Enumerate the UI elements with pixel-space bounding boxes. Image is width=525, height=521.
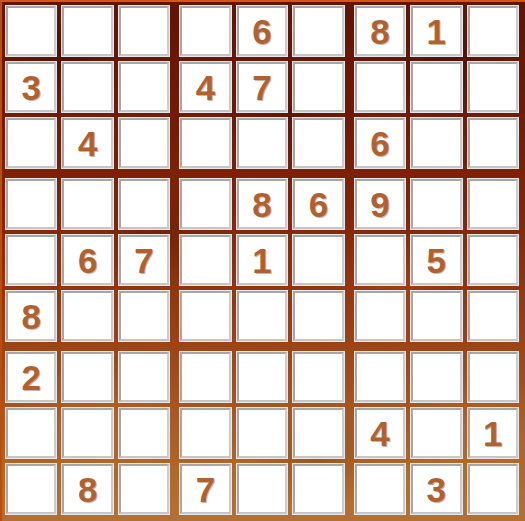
cell-r1c3[interactable]: [119, 6, 169, 56]
cell-r7c7[interactable]: [355, 352, 405, 402]
cell-r2c8[interactable]: [411, 62, 461, 112]
given-digit: 1: [252, 243, 271, 278]
cell-r3c2[interactable]: 4: [62, 118, 112, 168]
cell-r4c5[interactable]: 8: [237, 179, 287, 229]
cell-r8c2[interactable]: [62, 408, 112, 458]
cell-r8c5[interactable]: [237, 408, 287, 458]
cell-r1c9[interactable]: [468, 6, 518, 56]
cell-r3c4[interactable]: [180, 118, 230, 168]
cell-r7c5[interactable]: [237, 352, 287, 402]
cell-r7c6[interactable]: [293, 352, 343, 402]
given-digit: 3: [427, 472, 446, 507]
cell-r7c8[interactable]: [411, 352, 461, 402]
cell-r4c1[interactable]: [6, 179, 56, 229]
given-digit: 2: [21, 360, 40, 395]
cell-r3c8[interactable]: [411, 118, 461, 168]
cell-r5c7[interactable]: [355, 235, 405, 285]
sudoku-box-1-1: 34: [6, 6, 169, 168]
cell-r3c6[interactable]: [293, 118, 343, 168]
cell-r1c7[interactable]: 8: [355, 6, 405, 56]
cell-r8c8[interactable]: [411, 408, 461, 458]
cell-r3c3[interactable]: [119, 118, 169, 168]
cell-r5c3[interactable]: 7: [119, 235, 169, 285]
sudoku-box-1-2: 647: [180, 6, 343, 168]
given-digit: 6: [370, 126, 389, 161]
cell-r5c1[interactable]: [6, 235, 56, 285]
given-digit: 7: [252, 70, 271, 105]
cell-r2c6[interactable]: [293, 62, 343, 112]
cell-r3c1[interactable]: [6, 118, 56, 168]
cell-r9c8[interactable]: 3: [411, 464, 461, 514]
cell-r4c4[interactable]: [180, 179, 230, 229]
cell-r9c7[interactable]: [355, 464, 405, 514]
cell-r9c5[interactable]: [237, 464, 287, 514]
cell-r3c9[interactable]: [468, 118, 518, 168]
cell-r4c2[interactable]: [62, 179, 112, 229]
cell-r3c5[interactable]: [237, 118, 287, 168]
cell-r7c9[interactable]: [468, 352, 518, 402]
cell-r1c6[interactable]: [293, 6, 343, 56]
cell-r7c2[interactable]: [62, 352, 112, 402]
cell-r8c6[interactable]: [293, 408, 343, 458]
cell-r6c9[interactable]: [468, 291, 518, 341]
sudoku-box-3-3: 413: [355, 352, 518, 514]
given-digit: 1: [483, 416, 502, 451]
given-digit: 7: [196, 472, 215, 507]
cell-r6c6[interactable]: [293, 291, 343, 341]
given-digit: 6: [252, 14, 271, 49]
cell-r6c3[interactable]: [119, 291, 169, 341]
cell-r7c1[interactable]: 2: [6, 352, 56, 402]
sudoku-box-3-1: 28: [6, 352, 169, 514]
cell-r5c5[interactable]: 1: [237, 235, 287, 285]
cell-r6c7[interactable]: [355, 291, 405, 341]
cell-r5c2[interactable]: 6: [62, 235, 112, 285]
cell-r6c5[interactable]: [237, 291, 287, 341]
given-digit: 5: [427, 243, 446, 278]
cell-r1c1[interactable]: [6, 6, 56, 56]
given-digit: 4: [370, 416, 389, 451]
cell-r4c6[interactable]: 6: [293, 179, 343, 229]
cell-r2c1[interactable]: 3: [6, 62, 56, 112]
given-digit: 6: [309, 187, 328, 222]
cell-r4c7[interactable]: 9: [355, 179, 405, 229]
cell-r6c4[interactable]: [180, 291, 230, 341]
given-digit: 3: [21, 70, 40, 105]
given-digit: 4: [78, 126, 97, 161]
cell-r7c4[interactable]: [180, 352, 230, 402]
cell-r8c7[interactable]: 4: [355, 408, 405, 458]
given-digit: 4: [196, 70, 215, 105]
cell-r4c3[interactable]: [119, 179, 169, 229]
cell-r4c9[interactable]: [468, 179, 518, 229]
given-digit: 8: [252, 187, 271, 222]
cell-r5c8[interactable]: 5: [411, 235, 461, 285]
cell-r5c9[interactable]: [468, 235, 518, 285]
sudoku-box-2-2: 861: [180, 179, 343, 341]
cell-r8c1[interactable]: [6, 408, 56, 458]
given-digit: 1: [427, 14, 446, 49]
cell-r5c6[interactable]: [293, 235, 343, 285]
cell-r9c1[interactable]: [6, 464, 56, 514]
sudoku-box-2-1: 678: [6, 179, 169, 341]
cell-r9c6[interactable]: [293, 464, 343, 514]
given-digit: 8: [78, 472, 97, 507]
cell-r2c7[interactable]: [355, 62, 405, 112]
cell-r6c1[interactable]: 8: [6, 291, 56, 341]
cell-r9c9[interactable]: [468, 464, 518, 514]
cell-r1c8[interactable]: 1: [411, 6, 461, 56]
cell-r2c2[interactable]: [62, 62, 112, 112]
given-digit: 6: [78, 243, 97, 278]
sudoku-box-1-3: 816: [355, 6, 518, 168]
cell-r9c2[interactable]: 8: [62, 464, 112, 514]
cell-r8c4[interactable]: [180, 408, 230, 458]
given-digit: 8: [370, 14, 389, 49]
cell-r2c5[interactable]: 7: [237, 62, 287, 112]
cell-r2c9[interactable]: [468, 62, 518, 112]
cell-r8c3[interactable]: [119, 408, 169, 458]
cell-r2c4[interactable]: 4: [180, 62, 230, 112]
given-digit: 8: [21, 299, 40, 334]
cell-r4c8[interactable]: [411, 179, 461, 229]
given-digit: 9: [370, 187, 389, 222]
cell-r5c4[interactable]: [180, 235, 230, 285]
cell-r8c9[interactable]: 1: [468, 408, 518, 458]
sudoku-box-2-3: 95: [355, 179, 518, 341]
sudoku-board-grid: 3464781667886195287413: [6, 6, 518, 514]
cell-r6c2[interactable]: [62, 291, 112, 341]
cell-r7c3[interactable]: [119, 352, 169, 402]
given-digit: 7: [134, 243, 153, 278]
cell-r1c4[interactable]: [180, 6, 230, 56]
cell-r1c2[interactable]: [62, 6, 112, 56]
sudoku-box-3-2: 7: [180, 352, 343, 514]
sudoku-board: 3464781667886195287413: [0, 0, 525, 521]
cell-r3c7[interactable]: 6: [355, 118, 405, 168]
cell-r9c4[interactable]: 7: [180, 464, 230, 514]
cell-r9c3[interactable]: [119, 464, 169, 514]
cell-r1c5[interactable]: 6: [237, 6, 287, 56]
cell-r2c3[interactable]: [119, 62, 169, 112]
cell-r6c8[interactable]: [411, 291, 461, 341]
